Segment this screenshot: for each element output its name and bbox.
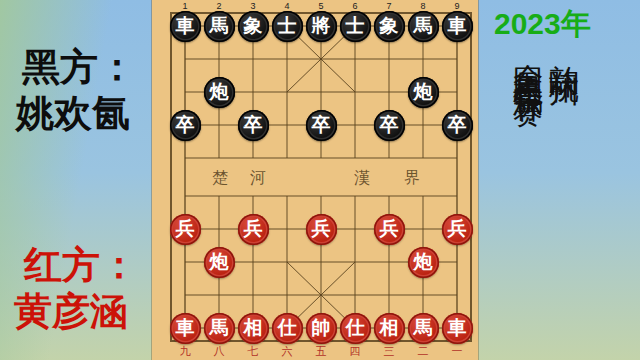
red-piece[interactable]: 車	[442, 313, 473, 344]
black-piece[interactable]: 炮	[204, 77, 235, 108]
red-piece[interactable]: 仕	[340, 313, 371, 344]
file-label-bottom: 九	[177, 344, 193, 359]
black-piece[interactable]: 卒	[238, 110, 269, 141]
tournament-title-column-right: 韵味杭州	[546, 40, 582, 360]
red-piece[interactable]: 馬	[408, 313, 439, 344]
black-piece[interactable]: 象	[238, 11, 269, 42]
file-label-top: 8	[417, 1, 429, 11]
xiangqi-board[interactable]: 楚河 漢界 123456789九八七六五四三二一車馬象士將士象馬車炮炮卒卒卒卒卒…	[152, 0, 478, 360]
file-label-bottom: 二	[415, 344, 431, 359]
red-player-name: 黄彦涵	[14, 286, 128, 337]
black-piece[interactable]: 馬	[204, 11, 235, 42]
river-text-chu: 楚河	[212, 168, 288, 189]
red-piece[interactable]: 炮	[408, 247, 439, 278]
file-label-top: 1	[179, 1, 191, 11]
file-label-bottom: 四	[347, 344, 363, 359]
file-label-top: 7	[383, 1, 395, 11]
black-player-name: 姚欢氤	[16, 88, 130, 139]
red-piece[interactable]: 兵	[442, 214, 473, 245]
black-piece[interactable]: 卒	[306, 110, 337, 141]
file-label-top: 5	[315, 1, 327, 11]
black-piece[interactable]: 象	[374, 11, 405, 42]
file-label-bottom: 六	[279, 344, 295, 359]
tournament-title-column-left: 全国象棋青年锦标赛	[510, 40, 546, 360]
red-side-label: 红方：	[24, 240, 138, 291]
file-label-bottom: 三	[381, 344, 397, 359]
black-piece[interactable]: 士	[272, 11, 303, 42]
red-piece[interactable]: 兵	[170, 214, 201, 245]
red-piece[interactable]: 炮	[204, 247, 235, 278]
black-piece[interactable]: 卒	[170, 110, 201, 141]
black-piece[interactable]: 車	[170, 11, 201, 42]
file-label-top: 3	[247, 1, 259, 11]
red-piece[interactable]: 車	[170, 313, 201, 344]
black-piece[interactable]: 車	[442, 11, 473, 42]
red-piece[interactable]: 相	[374, 313, 405, 344]
file-label-bottom: 一	[449, 344, 465, 359]
file-label-bottom: 七	[245, 344, 261, 359]
file-label-top: 4	[281, 1, 293, 11]
red-piece[interactable]: 帥	[306, 313, 337, 344]
black-piece[interactable]: 馬	[408, 11, 439, 42]
red-piece[interactable]: 兵	[374, 214, 405, 245]
red-piece[interactable]: 兵	[238, 214, 269, 245]
black-piece[interactable]: 士	[340, 11, 371, 42]
red-piece[interactable]: 馬	[204, 313, 235, 344]
red-piece[interactable]: 相	[238, 313, 269, 344]
tournament-year: 2023年	[494, 4, 591, 45]
file-label-top: 9	[451, 1, 463, 11]
black-piece[interactable]: 將	[306, 11, 337, 42]
file-label-top: 2	[213, 1, 225, 11]
file-label-bottom: 八	[211, 344, 227, 359]
tournament-title: 韵味杭州 全国象棋青年锦标赛	[510, 40, 582, 360]
red-piece[interactable]: 兵	[306, 214, 337, 245]
black-side-label: 黑方：	[22, 42, 136, 93]
black-piece[interactable]: 卒	[442, 110, 473, 141]
black-piece[interactable]: 炮	[408, 77, 439, 108]
river-text-han: 漢界	[354, 168, 454, 189]
file-label-bottom: 五	[313, 344, 329, 359]
file-label-top: 6	[349, 1, 361, 11]
red-piece[interactable]: 仕	[272, 313, 303, 344]
black-piece[interactable]: 卒	[374, 110, 405, 141]
